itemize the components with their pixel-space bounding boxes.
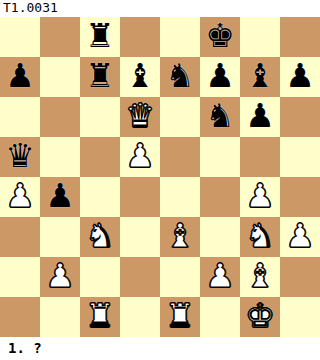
square-f2[interactable]: ♟ (200, 257, 240, 297)
piece-white-queen: ♛ (125, 97, 155, 136)
square-g3[interactable]: ♞ (240, 217, 280, 257)
piece-black-rook: ♜ (85, 17, 115, 56)
piece-white-pawn: ♟ (205, 257, 235, 296)
piece-black-pawn: ♟ (205, 57, 235, 96)
square-f1[interactable] (200, 297, 240, 337)
piece-black-rook: ♜ (85, 57, 115, 96)
chess-puzzle-app: T1.0031 ♜♚♟♜♝♞♟♝♟♛♞♟♛♟♟♟♟♞♝♞♟♟♟♝♜♜♚ 1. ? (0, 0, 320, 360)
square-b8[interactable] (40, 17, 80, 57)
piece-black-pawn: ♟ (285, 57, 315, 96)
piece-white-knight: ♞ (245, 217, 275, 256)
square-c5[interactable] (80, 137, 120, 177)
square-b3[interactable] (40, 217, 80, 257)
square-h3[interactable]: ♟ (280, 217, 320, 257)
piece-black-pawn: ♟ (45, 177, 75, 216)
square-f4[interactable] (200, 177, 240, 217)
square-c3[interactable]: ♞ (80, 217, 120, 257)
square-g7[interactable]: ♝ (240, 57, 280, 97)
square-d4[interactable] (120, 177, 160, 217)
square-e8[interactable] (160, 17, 200, 57)
piece-black-bishop: ♝ (245, 57, 275, 96)
square-f7[interactable]: ♟ (200, 57, 240, 97)
piece-white-bishop: ♝ (165, 217, 195, 256)
square-h8[interactable] (280, 17, 320, 57)
square-e3[interactable]: ♝ (160, 217, 200, 257)
piece-white-pawn: ♟ (245, 177, 275, 216)
piece-black-king: ♚ (205, 17, 235, 56)
square-a3[interactable] (0, 217, 40, 257)
piece-white-bishop: ♝ (245, 257, 275, 296)
square-h6[interactable] (280, 97, 320, 137)
square-g2[interactable]: ♝ (240, 257, 280, 297)
piece-black-knight: ♞ (205, 97, 235, 136)
square-d5[interactable]: ♟ (120, 137, 160, 177)
square-d7[interactable]: ♝ (120, 57, 160, 97)
square-b6[interactable] (40, 97, 80, 137)
square-c7[interactable]: ♜ (80, 57, 120, 97)
square-a5[interactable]: ♛ (0, 137, 40, 177)
piece-white-pawn: ♟ (45, 257, 75, 296)
square-h7[interactable]: ♟ (280, 57, 320, 97)
square-a1[interactable] (0, 297, 40, 337)
square-d1[interactable] (120, 297, 160, 337)
square-h2[interactable] (280, 257, 320, 297)
move-prompt: 1. ? (0, 337, 320, 360)
square-c4[interactable] (80, 177, 120, 217)
piece-white-pawn: ♟ (125, 137, 155, 176)
square-d3[interactable] (120, 217, 160, 257)
piece-white-king: ♚ (245, 297, 275, 336)
square-d6[interactable]: ♛ (120, 97, 160, 137)
square-g6[interactable]: ♟ (240, 97, 280, 137)
square-c6[interactable] (80, 97, 120, 137)
square-a8[interactable] (0, 17, 40, 57)
square-d2[interactable] (120, 257, 160, 297)
square-e4[interactable] (160, 177, 200, 217)
square-b5[interactable] (40, 137, 80, 177)
square-e2[interactable] (160, 257, 200, 297)
piece-white-pawn: ♟ (5, 177, 35, 216)
square-c2[interactable] (80, 257, 120, 297)
square-b1[interactable] (40, 297, 80, 337)
piece-black-pawn: ♟ (5, 57, 35, 96)
square-h5[interactable] (280, 137, 320, 177)
square-f3[interactable] (200, 217, 240, 257)
piece-black-pawn: ♟ (245, 97, 275, 136)
square-g8[interactable] (240, 17, 280, 57)
square-a7[interactable]: ♟ (0, 57, 40, 97)
square-d8[interactable] (120, 17, 160, 57)
piece-white-rook: ♜ (165, 297, 195, 336)
square-e1[interactable]: ♜ (160, 297, 200, 337)
square-a2[interactable] (0, 257, 40, 297)
square-f5[interactable] (200, 137, 240, 177)
puzzle-id: T1.0031 (0, 0, 320, 17)
piece-white-rook: ♜ (85, 297, 115, 336)
square-a4[interactable]: ♟ (0, 177, 40, 217)
square-e7[interactable]: ♞ (160, 57, 200, 97)
square-b4[interactable]: ♟ (40, 177, 80, 217)
piece-white-knight: ♞ (85, 217, 115, 256)
square-a6[interactable] (0, 97, 40, 137)
square-e5[interactable] (160, 137, 200, 177)
square-e6[interactable] (160, 97, 200, 137)
square-g1[interactable]: ♚ (240, 297, 280, 337)
square-h1[interactable] (280, 297, 320, 337)
square-b2[interactable]: ♟ (40, 257, 80, 297)
piece-black-queen: ♛ (5, 137, 35, 176)
piece-black-bishop: ♝ (125, 57, 155, 96)
square-c8[interactable]: ♜ (80, 17, 120, 57)
square-h4[interactable] (280, 177, 320, 217)
piece-black-knight: ♞ (165, 57, 195, 96)
square-f8[interactable]: ♚ (200, 17, 240, 57)
square-g5[interactable] (240, 137, 280, 177)
chess-board: ♜♚♟♜♝♞♟♝♟♛♞♟♛♟♟♟♟♞♝♞♟♟♟♝♜♜♚ (0, 17, 320, 337)
square-f6[interactable]: ♞ (200, 97, 240, 137)
square-c1[interactable]: ♜ (80, 297, 120, 337)
square-g4[interactable]: ♟ (240, 177, 280, 217)
piece-white-pawn: ♟ (285, 217, 315, 256)
square-b7[interactable] (40, 57, 80, 97)
